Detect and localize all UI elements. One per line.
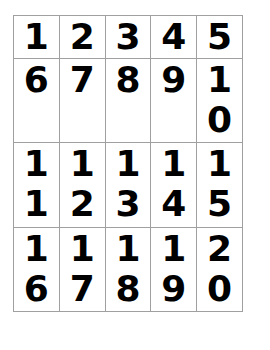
card-2: 2	[60, 16, 106, 59]
digit-line: 5	[197, 17, 242, 57]
card-20: 20	[197, 228, 243, 312]
card-13: 13	[106, 143, 152, 228]
card-18: 18	[106, 228, 152, 312]
digit-line: 1	[151, 229, 196, 269]
card-16: 16	[14, 228, 60, 312]
card-1: 1	[14, 16, 60, 59]
digit-line: 6	[14, 60, 59, 100]
digit-line: 8	[106, 269, 151, 309]
digit-line: 7	[60, 60, 105, 100]
digit-line: 7	[60, 269, 105, 309]
digit-line: 9	[151, 269, 196, 309]
digit-line: 1	[14, 184, 59, 224]
digit-line: 1	[197, 144, 242, 184]
digit-line: 3	[106, 17, 151, 57]
digit-line: 1	[197, 60, 242, 100]
digit-line: 1	[60, 229, 105, 269]
card-4: 4	[151, 16, 197, 59]
digit-line: 1	[106, 144, 151, 184]
digit-line: 0	[197, 100, 242, 140]
card-14: 14	[151, 143, 197, 228]
digit-line: 2	[60, 17, 105, 57]
number-card-grid: 1234567891011121314151617181920	[13, 15, 243, 312]
digit-line: 4	[151, 184, 196, 224]
card-8: 8	[106, 59, 152, 143]
digit-line: 2	[197, 229, 242, 269]
card-3: 3	[106, 16, 152, 59]
digit-line: 1	[106, 229, 151, 269]
digit-line: 3	[106, 184, 151, 224]
digit-line: 1	[60, 144, 105, 184]
digit-line: 1	[151, 144, 196, 184]
card-5: 5	[197, 16, 243, 59]
digit-line: 2	[60, 184, 105, 224]
digit-line: 1	[14, 17, 59, 57]
digit-line: 4	[151, 17, 196, 57]
card-10: 10	[197, 59, 243, 143]
digit-line: 1	[14, 144, 59, 184]
card-12: 12	[60, 143, 106, 228]
digit-line: 8	[106, 60, 151, 100]
card-17: 17	[60, 228, 106, 312]
card-15: 15	[197, 143, 243, 228]
card-6: 6	[14, 59, 60, 143]
card-19: 19	[151, 228, 197, 312]
digit-line: 1	[14, 229, 59, 269]
card-11: 11	[14, 143, 60, 228]
card-9: 9	[151, 59, 197, 143]
digit-line: 0	[197, 269, 242, 309]
digit-line: 6	[14, 269, 59, 309]
digit-line: 5	[197, 184, 242, 224]
digit-line: 9	[151, 60, 196, 100]
card-7: 7	[60, 59, 106, 143]
